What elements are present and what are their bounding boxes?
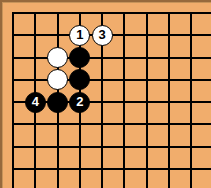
- board-intersection: [69, 69, 91, 91]
- stones-layer: 1342: [3, 3, 202, 180]
- stone-black: [69, 47, 90, 68]
- board-intersection: 4: [24, 91, 46, 113]
- stone-white: [47, 47, 68, 68]
- board-intersection: [46, 46, 68, 68]
- board-intersection: [46, 91, 68, 113]
- stone-black-2: 2: [69, 92, 90, 113]
- stone-white-3: 3: [92, 25, 113, 46]
- go-diagram: 1342: [0, 0, 211, 188]
- stone-white: [47, 69, 68, 90]
- stone-move-number: 4: [32, 95, 39, 109]
- diagram-frame-bevel: 1342: [2, 2, 211, 188]
- stone-white-1: 1: [69, 25, 90, 46]
- stone-move-number: 3: [98, 28, 105, 42]
- board-intersection: [69, 46, 91, 68]
- go-board: 1342: [3, 3, 211, 188]
- board-intersection: 2: [69, 91, 91, 113]
- board-intersection: 3: [91, 24, 113, 46]
- stone-move-number: 1: [76, 28, 83, 42]
- stone-black-4: 4: [25, 92, 46, 113]
- stone-move-number: 2: [76, 95, 83, 109]
- board-intersection: 1: [69, 24, 91, 46]
- stone-black: [69, 69, 90, 90]
- board-intersection: [46, 69, 68, 91]
- stone-black: [47, 92, 68, 113]
